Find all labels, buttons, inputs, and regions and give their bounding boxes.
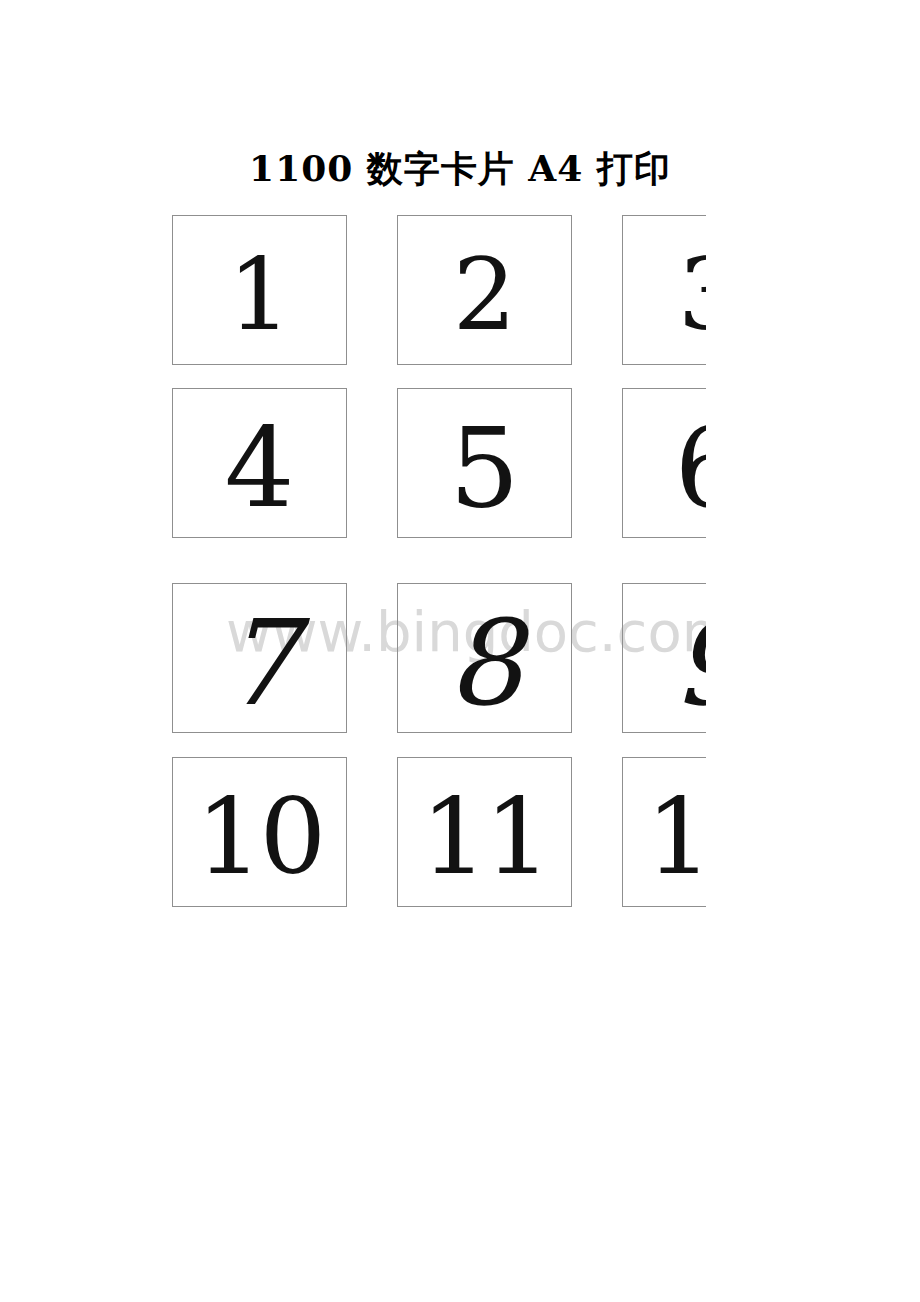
card-number: 1	[228, 245, 292, 345]
number-card-9: 9	[622, 583, 706, 733]
number-card-6: 6	[622, 388, 706, 538]
number-card-3: 3	[622, 215, 706, 365]
document-page: 1100 数字卡片 A4 打印 www.bingdoc.com 1 2 3 4 …	[0, 0, 920, 1302]
number-card-12: 12	[622, 757, 706, 907]
number-card-1: 1	[172, 215, 347, 365]
number-card-4: 4	[172, 388, 347, 538]
card-number: 8	[447, 604, 522, 722]
number-card-8: 8	[397, 583, 572, 733]
number-card-10: 10	[172, 757, 347, 907]
card-number: 3	[678, 245, 706, 345]
card-number: 6	[675, 413, 707, 523]
card-number: 11	[421, 785, 549, 890]
number-card-2: 2	[397, 215, 572, 365]
card-number: 7	[222, 604, 297, 722]
number-card-5: 5	[397, 388, 572, 538]
number-card-11: 11	[397, 757, 572, 907]
card-number: 4	[225, 413, 295, 523]
card-number: 5	[450, 413, 520, 523]
card-number: 2	[453, 245, 517, 345]
number-card-7: 7	[172, 583, 347, 733]
card-number: 12	[646, 785, 706, 890]
card-sheet-area: www.bingdoc.com 1 2 3 4 5 6 7 8 9 10	[0, 0, 706, 1302]
card-number: 10	[196, 785, 324, 890]
card-number: 9	[672, 604, 706, 722]
